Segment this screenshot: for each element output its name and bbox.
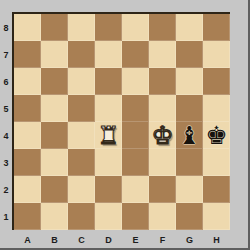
- square-g3[interactable]: [176, 149, 203, 176]
- square-c5[interactable]: [68, 95, 95, 122]
- square-a1[interactable]: [14, 203, 41, 230]
- chess-board: ♜♚♝♚: [12, 12, 230, 230]
- square-f5[interactable]: [149, 95, 176, 122]
- square-a4[interactable]: [14, 122, 41, 149]
- square-g4[interactable]: ♝: [176, 122, 203, 149]
- square-b8[interactable]: [41, 14, 68, 41]
- square-d6[interactable]: [95, 68, 122, 95]
- square-d3[interactable]: [95, 149, 122, 176]
- square-g1[interactable]: [176, 203, 203, 230]
- square-h6[interactable]: [203, 68, 230, 95]
- square-h7[interactable]: [203, 41, 230, 68]
- square-f3[interactable]: [149, 149, 176, 176]
- square-d4[interactable]: ♜: [95, 122, 122, 149]
- white-rook-piece[interactable]: ♜: [97, 122, 119, 149]
- rank-label-3: 3: [0, 149, 12, 176]
- rank-labels: 87654321: [0, 14, 12, 230]
- rank-label-6: 6: [0, 68, 12, 95]
- file-label-a: A: [14, 233, 41, 247]
- square-f1[interactable]: [149, 203, 176, 230]
- file-label-d: D: [95, 233, 122, 247]
- square-f7[interactable]: [149, 41, 176, 68]
- file-labels: ABCDEFGH: [14, 233, 230, 247]
- square-h3[interactable]: [203, 149, 230, 176]
- file-label-c: C: [68, 233, 95, 247]
- white-king-piece[interactable]: ♚: [151, 122, 173, 149]
- rank-label-4: 4: [0, 122, 12, 149]
- square-e5[interactable]: [122, 95, 149, 122]
- square-g8[interactable]: [176, 14, 203, 41]
- square-g5[interactable]: [176, 95, 203, 122]
- square-e6[interactable]: [122, 68, 149, 95]
- file-label-g: G: [176, 233, 203, 247]
- square-b4[interactable]: [41, 122, 68, 149]
- square-c6[interactable]: [68, 68, 95, 95]
- square-a8[interactable]: [14, 14, 41, 41]
- square-a7[interactable]: [14, 41, 41, 68]
- rank-label-5: 5: [0, 95, 12, 122]
- square-h1[interactable]: [203, 203, 230, 230]
- square-d1[interactable]: [95, 203, 122, 230]
- square-b2[interactable]: [41, 176, 68, 203]
- square-h2[interactable]: [203, 176, 230, 203]
- square-a5[interactable]: [14, 95, 41, 122]
- square-g2[interactable]: [176, 176, 203, 203]
- black-king-piece[interactable]: ♚: [205, 122, 227, 149]
- square-c1[interactable]: [68, 203, 95, 230]
- square-f6[interactable]: [149, 68, 176, 95]
- square-d7[interactable]: [95, 41, 122, 68]
- square-c7[interactable]: [68, 41, 95, 68]
- square-a3[interactable]: [14, 149, 41, 176]
- file-label-h: H: [203, 233, 230, 247]
- square-a6[interactable]: [14, 68, 41, 95]
- square-c8[interactable]: [68, 14, 95, 41]
- square-g6[interactable]: [176, 68, 203, 95]
- rank-label-8: 8: [0, 14, 12, 41]
- square-a2[interactable]: [14, 176, 41, 203]
- square-c4[interactable]: [68, 122, 95, 149]
- square-e4[interactable]: [122, 122, 149, 149]
- square-b1[interactable]: [41, 203, 68, 230]
- rank-label-2: 2: [0, 176, 12, 203]
- square-d8[interactable]: [95, 14, 122, 41]
- square-f4[interactable]: ♚: [149, 122, 176, 149]
- square-b7[interactable]: [41, 41, 68, 68]
- file-label-b: B: [41, 233, 68, 247]
- file-label-e: E: [122, 233, 149, 247]
- square-g7[interactable]: [176, 41, 203, 68]
- square-h5[interactable]: [203, 95, 230, 122]
- file-label-f: F: [149, 233, 176, 247]
- square-d5[interactable]: [95, 95, 122, 122]
- square-c3[interactable]: [68, 149, 95, 176]
- square-b5[interactable]: [41, 95, 68, 122]
- square-d2[interactable]: [95, 176, 122, 203]
- square-e1[interactable]: [122, 203, 149, 230]
- rank-label-7: 7: [0, 41, 12, 68]
- square-f8[interactable]: [149, 14, 176, 41]
- square-e8[interactable]: [122, 14, 149, 41]
- square-e3[interactable]: [122, 149, 149, 176]
- rank-label-1: 1: [0, 203, 12, 230]
- square-e2[interactable]: [122, 176, 149, 203]
- square-b6[interactable]: [41, 68, 68, 95]
- black-bishop-piece[interactable]: ♝: [178, 122, 200, 149]
- board-frame: 87654321 ♜♚♝♚ ABCDEFGH: [0, 0, 250, 250]
- square-h8[interactable]: [203, 14, 230, 41]
- square-e7[interactable]: [122, 41, 149, 68]
- square-h4[interactable]: ♚: [203, 122, 230, 149]
- square-f2[interactable]: [149, 176, 176, 203]
- square-c2[interactable]: [68, 176, 95, 203]
- square-b3[interactable]: [41, 149, 68, 176]
